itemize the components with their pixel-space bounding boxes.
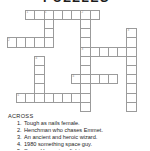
clue-number: 3. [17,134,24,141]
clue-text: An ancient and heroic wizard. [24,134,97,140]
cell-number: 3 [128,29,130,32]
across-clue-3: 3.An ancient and heroic wizard. [8,134,103,141]
cell-number: 1 [45,11,47,14]
cell-number: 1 [26,11,28,14]
grid-cell-r0c9[interactable] [90,10,100,20]
across-clue-4: 4.1980 something space guy. [8,141,103,148]
grid-cell-r7c11[interactable] [108,74,118,84]
cell-number: 4 [72,75,74,78]
clues-section: ACROSS 1.Tough as nails female. 2.Henchm… [8,113,103,151]
clue-text: 1980 something space guy. [24,141,92,147]
across-clue-5: 5.Super Hero crime fighter. [8,148,103,150]
across-clue-1: 1.Tough as nails female. [8,120,103,127]
grid-cell-r3c4[interactable] [44,37,54,47]
across-heading: ACROSS [8,113,103,120]
grid-cell-r10c13[interactable] [126,102,136,112]
cell-number: 2 [82,11,84,14]
clue-number: 2. [17,127,24,134]
cell-number: 5 [17,94,19,97]
clue-number: 4. [17,141,24,148]
across-clue-2: 2.Henchman who chases Emmet. [8,127,103,134]
clue-number: 5. [17,148,24,150]
clue-text: Tough as nails female. [24,120,80,126]
clue-text: Super Hero crime fighter. [24,148,86,150]
clue-text: Henchman who chases Emmet. [24,127,103,133]
cell-number: 2 [8,39,10,42]
grid-cell-r10c8[interactable] [80,102,90,112]
clue-number: 1. [17,120,24,127]
cell-number: 4 [36,57,38,60]
crossword-worksheet: PUZZLES 112323445 ACROSS 1.Tough as nail… [0,0,150,150]
cell-number: 3 [82,48,84,51]
